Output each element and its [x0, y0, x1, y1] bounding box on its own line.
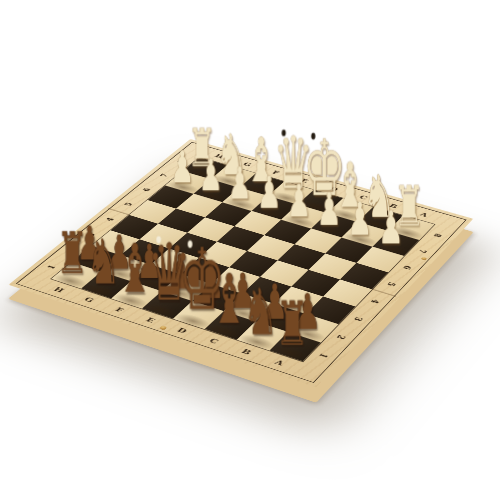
piece-light-pawn: ♟	[257, 170, 278, 215]
piece-light-pawn: ♟	[378, 204, 400, 250]
piece-light-pawn: ♟	[317, 187, 338, 232]
piece-dark-rook: ♜	[56, 225, 78, 282]
piece-light-pawn: ♟	[199, 153, 220, 197]
piece-dark-rook: ♜	[275, 294, 299, 355]
chess-board: HGFEDCBA HGFEDCBA 87654321 87654321 ♜♞♝♛…	[8, 139, 473, 388]
piece-light-pawn: ♟	[347, 196, 369, 242]
piece-light-pawn: ♟	[286, 178, 307, 223]
king-finial	[311, 133, 315, 140]
board-frame: HGFEDCBA HGFEDCBA 87654321 87654321 ♜♞♝♛…	[8, 139, 473, 388]
piece-dark-queen: ♛	[147, 234, 170, 313]
scene: RNBKQBNR/PPPPPPPP/8/8/8/8/pppppppp/rnbkq…	[0, 0, 500, 500]
piece-dark-knight: ♞	[243, 279, 266, 343]
king-finial	[188, 240, 193, 247]
piece-light-pawn: ♟	[227, 161, 248, 205]
piece-dark-king: ♚	[179, 238, 202, 323]
queen-finial	[156, 236, 161, 243]
piece-dark-bishop: ♝	[117, 236, 140, 303]
queen-finial	[282, 129, 286, 136]
piece-dark-knight: ♞	[86, 230, 108, 292]
piece-dark-bishop: ♝	[210, 265, 233, 333]
